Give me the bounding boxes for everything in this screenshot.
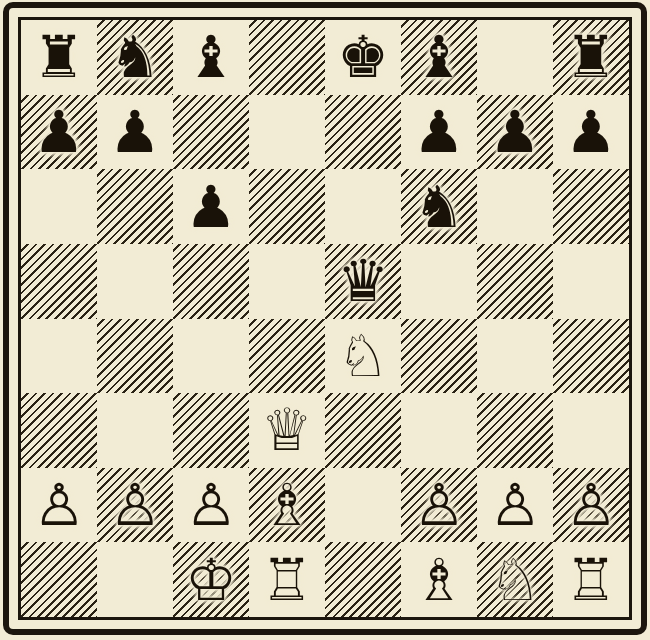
piece-white-knight: ♘ [489,551,541,609]
piece-black-pawn: ♟ [185,178,237,236]
square-e7[interactable] [325,95,401,170]
square-c8[interactable]: ♝ [173,20,249,95]
square-c6[interactable]: ♟ [173,169,249,244]
square-f3[interactable] [401,393,477,468]
square-a7[interactable]: ♟ [21,95,97,170]
piece-white-pawn: ♙ [489,476,541,534]
piece-black-pawn: ♟ [413,103,465,161]
square-e5[interactable]: ♛ [325,244,401,319]
square-c3[interactable] [173,393,249,468]
square-b3[interactable] [97,393,173,468]
square-b6[interactable] [97,169,173,244]
square-a6[interactable] [21,169,97,244]
square-e4[interactable]: ♘ [325,319,401,394]
piece-white-knight: ♘ [337,327,389,385]
square-b2[interactable]: ♙ [97,468,173,543]
square-g7[interactable]: ♟ [477,95,553,170]
square-c2[interactable]: ♙ [173,468,249,543]
square-a4[interactable] [21,319,97,394]
chess-board: ♜♞♝♚♝♜♟♟♟♟♟♟♞♛♘♕♙♙♙♗♙♙♙♔♖♗♘♖ [21,20,629,617]
square-e1[interactable] [325,542,401,617]
square-d4[interactable] [249,319,325,394]
square-f8[interactable]: ♝ [401,20,477,95]
square-d5[interactable] [249,244,325,319]
square-d6[interactable] [249,169,325,244]
square-e2[interactable] [325,468,401,543]
square-d2[interactable]: ♗ [249,468,325,543]
square-e8[interactable]: ♚ [325,20,401,95]
piece-white-bishop: ♗ [261,476,313,534]
square-c5[interactable] [173,244,249,319]
square-d8[interactable] [249,20,325,95]
piece-white-king: ♔ [185,551,237,609]
square-h8[interactable]: ♜ [553,20,629,95]
square-d3[interactable]: ♕ [249,393,325,468]
square-e6[interactable] [325,169,401,244]
square-h2[interactable]: ♙ [553,468,629,543]
square-e3[interactable] [325,393,401,468]
square-b8[interactable]: ♞ [97,20,173,95]
piece-black-rook: ♜ [33,28,85,86]
square-g2[interactable]: ♙ [477,468,553,543]
square-h4[interactable] [553,319,629,394]
piece-black-pawn: ♟ [33,103,85,161]
piece-white-pawn: ♙ [413,476,465,534]
piece-black-pawn: ♟ [109,103,161,161]
square-f1[interactable]: ♗ [401,542,477,617]
piece-black-king: ♚ [337,28,389,86]
piece-white-rook: ♖ [565,551,617,609]
square-g1[interactable]: ♘ [477,542,553,617]
square-h1[interactable]: ♖ [553,542,629,617]
piece-black-queen: ♛ [337,252,389,310]
square-b4[interactable] [97,319,173,394]
board-border: ♜♞♝♚♝♜♟♟♟♟♟♟♞♛♘♕♙♙♙♗♙♙♙♔♖♗♘♖ [18,17,632,620]
piece-white-pawn: ♙ [33,476,85,534]
square-g4[interactable] [477,319,553,394]
piece-black-rook: ♜ [565,28,617,86]
piece-black-knight: ♞ [109,28,161,86]
square-c4[interactable] [173,319,249,394]
square-a8[interactable]: ♜ [21,20,97,95]
piece-white-bishop: ♗ [413,551,465,609]
square-a3[interactable] [21,393,97,468]
square-f2[interactable]: ♙ [401,468,477,543]
piece-white-queen: ♕ [261,401,313,459]
square-b5[interactable] [97,244,173,319]
square-h3[interactable] [553,393,629,468]
square-f6[interactable]: ♞ [401,169,477,244]
square-a2[interactable]: ♙ [21,468,97,543]
piece-white-pawn: ♙ [565,476,617,534]
piece-black-bishop: ♝ [413,28,465,86]
square-f7[interactable]: ♟ [401,95,477,170]
square-b1[interactable] [97,542,173,617]
square-g5[interactable] [477,244,553,319]
square-h6[interactable] [553,169,629,244]
square-a5[interactable] [21,244,97,319]
diagram-frame: ♜♞♝♚♝♜♟♟♟♟♟♟♞♛♘♕♙♙♙♗♙♙♙♔♖♗♘♖ [3,2,647,635]
square-f4[interactable] [401,319,477,394]
square-g8[interactable] [477,20,553,95]
square-c7[interactable] [173,95,249,170]
piece-black-pawn: ♟ [489,103,541,161]
piece-white-rook: ♖ [261,551,313,609]
square-a1[interactable] [21,542,97,617]
square-g3[interactable] [477,393,553,468]
square-h5[interactable] [553,244,629,319]
piece-white-pawn: ♙ [185,476,237,534]
piece-black-bishop: ♝ [185,28,237,86]
square-d7[interactable] [249,95,325,170]
square-c1[interactable]: ♔ [173,542,249,617]
square-f5[interactable] [401,244,477,319]
square-h7[interactable]: ♟ [553,95,629,170]
square-d1[interactable]: ♖ [249,542,325,617]
piece-black-pawn: ♟ [565,103,617,161]
square-b7[interactable]: ♟ [97,95,173,170]
piece-black-knight: ♞ [413,178,465,236]
piece-white-pawn: ♙ [109,476,161,534]
square-g6[interactable] [477,169,553,244]
